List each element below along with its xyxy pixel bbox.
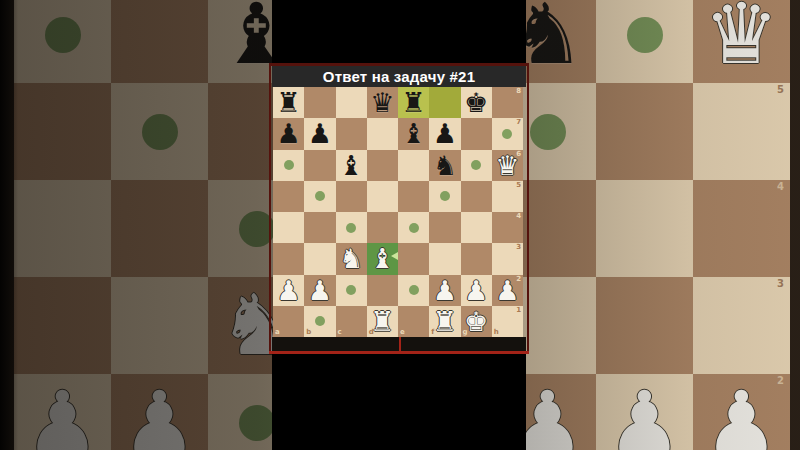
legal-move-dot [142, 114, 178, 150]
black-pawn[interactable]: ♟ [308, 118, 332, 149]
square-e6[interactable] [398, 150, 429, 181]
letterbox-bottom [272, 354, 526, 450]
progress-tick [399, 337, 401, 351]
square-b4 [111, 180, 208, 277]
rank-label-2: 2 [516, 276, 521, 283]
rank-label-6: 6 [516, 151, 521, 158]
square-g3[interactable] [461, 243, 492, 274]
white-knight[interactable]: ♞ [339, 243, 363, 274]
square-d2[interactable] [367, 275, 398, 306]
legal-move-dot [45, 17, 81, 53]
red-border-left [269, 63, 271, 354]
square-f1[interactable]: ♜f [429, 306, 460, 337]
square-h5 [693, 83, 790, 180]
square-h4 [693, 180, 790, 277]
square-g4 [596, 180, 693, 277]
title-bar: Ответ на задачу #21 [272, 66, 526, 87]
file-label-e: e [400, 329, 405, 336]
square-d8[interactable]: ♛ [367, 87, 398, 118]
square-c1[interactable]: c [336, 306, 367, 337]
legal-move-dot[interactable] [346, 223, 356, 233]
square-b2[interactable]: ♟ [304, 275, 335, 306]
red-border-right [527, 63, 529, 354]
square-g3 [596, 277, 693, 374]
square-e5[interactable] [398, 181, 429, 212]
square-e4[interactable] [398, 212, 429, 243]
white-rook[interactable]: ♜ [370, 306, 394, 337]
legal-move-dot [627, 17, 663, 53]
square-a5 [14, 83, 111, 180]
square-b2: ♟ [111, 374, 208, 450]
file-label-c: c [338, 329, 342, 336]
square-b1[interactable]: b [304, 306, 335, 337]
legal-move-dot[interactable] [502, 129, 512, 139]
square-c7[interactable] [336, 118, 367, 149]
square-b8[interactable] [304, 87, 335, 118]
black-bishop[interactable]: ♝ [402, 118, 426, 149]
square-b6 [111, 0, 208, 83]
legal-move-dot[interactable] [440, 191, 450, 201]
rank-label-7: 7 [516, 119, 521, 126]
square-e1[interactable]: e [398, 306, 429, 337]
square-g1[interactable]: ♚g [461, 306, 492, 337]
square-f7[interactable]: ♟ [429, 118, 460, 149]
puzzle-chessboard[interactable]: ♜♛♜♚8♟♟♝♟7♝♞♛654♞♝3♟♟♟♟♟2abc♜de♜f♚gh1 [273, 87, 523, 337]
file-label-d: d [369, 329, 374, 336]
square-b6[interactable] [304, 150, 335, 181]
legal-move-dot[interactable] [471, 160, 481, 170]
square-h4[interactable]: 4 [492, 212, 523, 243]
legal-move-dot[interactable] [409, 285, 419, 295]
square-h3[interactable]: 3 [492, 243, 523, 274]
black-knight[interactable]: ♞ [433, 150, 457, 181]
rank-label-8: 8 [516, 88, 521, 95]
file-label-h: h [494, 329, 499, 336]
square-b3[interactable] [304, 243, 335, 274]
square-d6[interactable] [367, 150, 398, 181]
white-pawn[interactable]: ♟ [277, 275, 301, 306]
background-rank-label-5: 5 [777, 84, 784, 95]
square-d3[interactable]: ♝ [367, 243, 398, 274]
square-g8[interactable]: ♚ [461, 87, 492, 118]
square-h7[interactable]: 7 [492, 118, 523, 149]
square-h3 [693, 277, 790, 374]
square-d5[interactable] [367, 181, 398, 212]
white-pawn[interactable]: ♟ [433, 275, 457, 306]
white-pawn[interactable]: ♟ [308, 275, 332, 306]
square-g6 [596, 0, 693, 83]
square-a4[interactable] [273, 212, 304, 243]
square-f8[interactable] [429, 87, 460, 118]
white-pawn: ♟ [704, 374, 779, 450]
square-c2[interactable] [336, 275, 367, 306]
rank-label-4: 4 [516, 213, 521, 220]
letterbox-top [272, 0, 526, 63]
background-rank-label-4: 4 [777, 181, 784, 192]
white-pawn: ♟ [607, 374, 682, 450]
square-b4[interactable] [304, 212, 335, 243]
white-rook[interactable]: ♜ [433, 306, 457, 337]
black-king[interactable]: ♚ [464, 87, 488, 118]
square-h6[interactable]: ♛6 [492, 150, 523, 181]
square-c4[interactable] [336, 212, 367, 243]
square-a5[interactable] [273, 181, 304, 212]
square-h6: ♛ [693, 0, 790, 83]
square-f4[interactable] [429, 212, 460, 243]
rank-label-5: 5 [516, 182, 521, 189]
file-label-a: a [275, 329, 280, 336]
rank-label-1: 1 [516, 307, 521, 314]
white-king[interactable]: ♚ [464, 306, 488, 337]
square-f6[interactable]: ♞ [429, 150, 460, 181]
square-h2[interactable]: ♟2 [492, 275, 523, 306]
square-a6 [14, 0, 111, 83]
square-g2[interactable]: ♟ [461, 275, 492, 306]
legal-move-dot[interactable] [409, 223, 419, 233]
white-pawn: ♟ [25, 374, 100, 450]
square-f2[interactable]: ♟ [429, 275, 460, 306]
square-b5 [111, 83, 208, 180]
square-a3[interactable] [273, 243, 304, 274]
legal-move-dot[interactable] [284, 160, 294, 170]
black-rook[interactable]: ♜ [277, 87, 301, 118]
square-h1[interactable]: h1 [492, 306, 523, 337]
square-d7[interactable] [367, 118, 398, 149]
legal-move-dot [530, 114, 566, 150]
video-frame: ♜♛♜♚♟♟♝♟♝♞♛♞♝♟♟♟♟♟♜♜♚ 5432 Ответ на зада… [0, 0, 800, 450]
square-h5[interactable]: 5 [492, 181, 523, 212]
legal-move-dot[interactable] [315, 316, 325, 326]
square-c8[interactable] [336, 87, 367, 118]
square-a4 [14, 180, 111, 277]
square-g2: ♟ [596, 374, 693, 450]
square-c3[interactable]: ♞ [336, 243, 367, 274]
file-label-b: b [306, 329, 311, 336]
square-a6[interactable] [273, 150, 304, 181]
square-a2[interactable]: ♟ [273, 275, 304, 306]
move-arrow-icon [391, 252, 398, 260]
background-rank-label-3: 3 [777, 278, 784, 289]
file-label-f: f [431, 329, 434, 336]
square-c5[interactable] [336, 181, 367, 212]
square-c6[interactable]: ♝ [336, 150, 367, 181]
page-title: Ответ на задачу #21 [323, 68, 475, 85]
square-g5[interactable] [461, 181, 492, 212]
square-g5 [596, 83, 693, 180]
square-d4[interactable] [367, 212, 398, 243]
white-pawn[interactable]: ♟ [464, 275, 488, 306]
square-h2: ♟ [693, 374, 790, 450]
square-h8[interactable]: 8 [492, 87, 523, 118]
black-rook[interactable]: ♜ [402, 87, 426, 118]
square-b3 [111, 277, 208, 374]
white-queen: ♛ [704, 0, 779, 83]
square-a8[interactable]: ♜ [273, 87, 304, 118]
square-f3[interactable] [429, 243, 460, 274]
black-queen[interactable]: ♛ [370, 87, 394, 118]
square-e8[interactable]: ♜ [398, 87, 429, 118]
background-rank-label-2: 2 [777, 375, 784, 386]
square-b5[interactable] [304, 181, 335, 212]
square-b7[interactable]: ♟ [304, 118, 335, 149]
square-a2: ♟ [14, 374, 111, 450]
vertical-video-strip: Ответ на задачу #21 ♜♛♜♚8♟♟♝♟7♝♞♛654♞♝3♟… [269, 0, 529, 450]
square-g6[interactable] [461, 150, 492, 181]
black-pawn[interactable]: ♟ [433, 118, 457, 149]
file-label-g: g [463, 329, 468, 336]
black-pawn[interactable]: ♟ [277, 118, 301, 149]
square-e3[interactable] [398, 243, 429, 274]
square-d1[interactable]: ♜d [367, 306, 398, 337]
square-e2[interactable] [398, 275, 429, 306]
legal-move-dot[interactable] [346, 285, 356, 295]
square-e7[interactable]: ♝ [398, 118, 429, 149]
rank-label-3: 3 [516, 244, 521, 251]
legal-move-dot[interactable] [315, 191, 325, 201]
white-pawn: ♟ [122, 374, 197, 450]
square-f5[interactable] [429, 181, 460, 212]
square-g7[interactable] [461, 118, 492, 149]
square-a1[interactable]: a [273, 306, 304, 337]
black-bishop[interactable]: ♝ [339, 150, 363, 181]
square-a7[interactable]: ♟ [273, 118, 304, 149]
square-a3 [14, 277, 111, 374]
square-g4[interactable] [461, 212, 492, 243]
